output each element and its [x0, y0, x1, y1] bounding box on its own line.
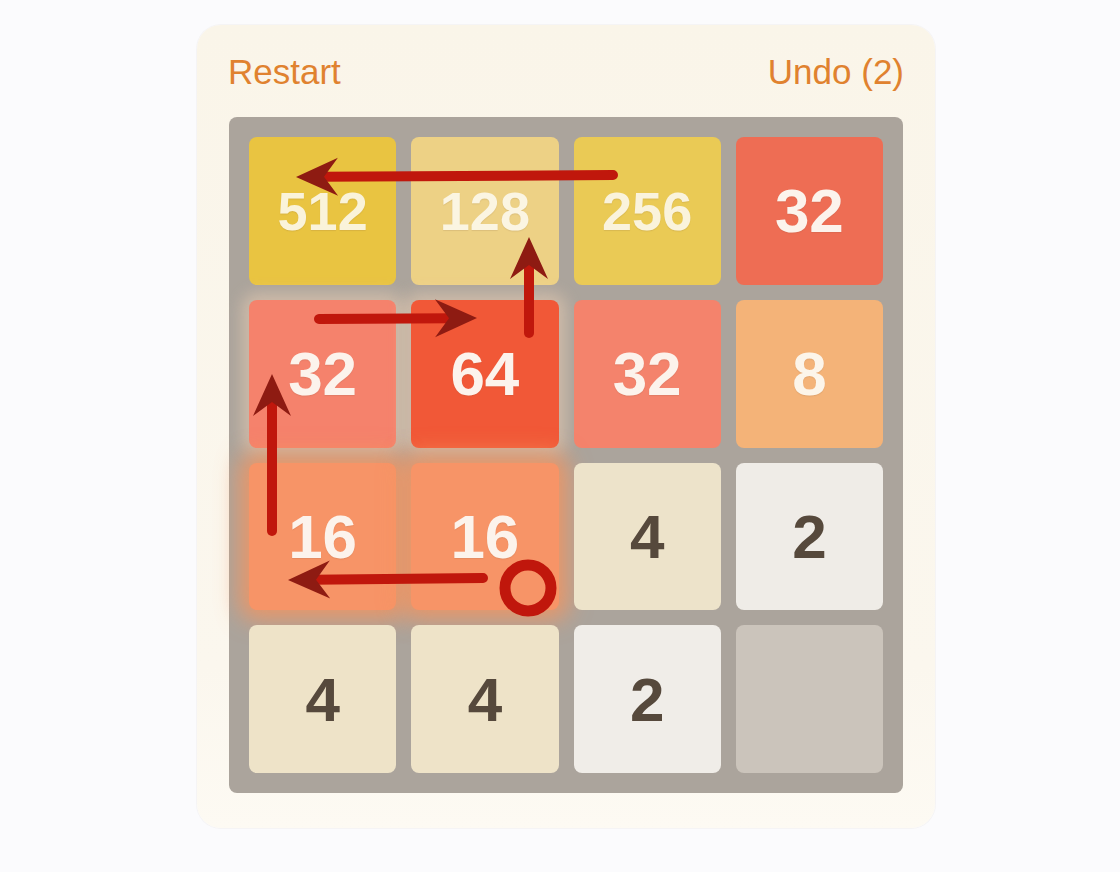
tile-128-r1c2: 128: [411, 137, 558, 285]
tile-64-r2c2: 64: [411, 300, 558, 448]
tile-32-r1c4: 32: [736, 137, 883, 285]
tile-32-r2c1: 32: [249, 300, 396, 448]
tile-2-r3c4: 2: [736, 463, 883, 611]
tile-4-r4c2: 4: [411, 625, 558, 773]
tile-2-r4c3: 2: [574, 625, 721, 773]
tile-16-r3c2: 16: [411, 463, 558, 611]
tile-32-r2c3: 32: [574, 300, 721, 448]
undo-button[interactable]: Undo (2): [768, 51, 904, 93]
tile-16-r3c1: 16: [249, 463, 396, 611]
tile-256-r1c3: 256: [574, 137, 721, 285]
page-background: Restart Undo (2) 51212825632326432816164…: [0, 0, 1120, 872]
header-bar: Restart Undo (2): [197, 51, 935, 93]
empty-cell-r4c4: [736, 625, 883, 773]
tile-4-r3c3: 4: [574, 463, 721, 611]
tile-8-r2c4: 8: [736, 300, 883, 448]
app-card: Restart Undo (2) 51212825632326432816164…: [197, 25, 935, 828]
tile-4-r4c1: 4: [249, 625, 396, 773]
restart-button[interactable]: Restart: [228, 51, 341, 93]
tile-512-r1c1: 512: [249, 137, 396, 285]
game-board[interactable]: 512128256323264328161642442: [229, 117, 903, 793]
